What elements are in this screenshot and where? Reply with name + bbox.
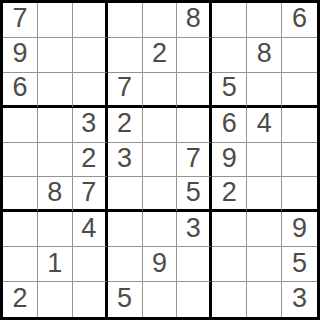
- cell-r4c4[interactable]: 2: [108, 108, 143, 143]
- given-digit: 8: [47, 179, 62, 206]
- given-digit: 3: [186, 215, 201, 242]
- cell-r2c1[interactable]: 9: [3, 38, 38, 73]
- cell-r2c2[interactable]: [38, 38, 73, 73]
- cell-r3c7[interactable]: 5: [212, 73, 247, 108]
- cell-r5c4[interactable]: 3: [108, 143, 143, 178]
- given-digit: 2: [81, 145, 96, 172]
- cell-r3c9[interactable]: [282, 73, 317, 108]
- cell-r3c4[interactable]: 7: [108, 73, 143, 108]
- cell-r9c5[interactable]: [143, 282, 178, 317]
- cell-r8c6[interactable]: [177, 247, 212, 282]
- cell-r8c7[interactable]: [212, 247, 247, 282]
- cell-r7c7[interactable]: [212, 212, 247, 247]
- cell-r6c3[interactable]: 7: [73, 177, 108, 212]
- given-digit: 3: [81, 110, 96, 137]
- cell-r6c6[interactable]: 5: [177, 177, 212, 212]
- cell-r6c8[interactable]: [247, 177, 282, 212]
- cell-r2c8[interactable]: 8: [247, 38, 282, 73]
- given-digit: 3: [292, 285, 307, 312]
- cell-r3c5[interactable]: [143, 73, 178, 108]
- cell-r2c6[interactable]: [177, 38, 212, 73]
- cell-r4c5[interactable]: [143, 108, 178, 143]
- given-digit: 9: [292, 215, 307, 242]
- cell-r4c2[interactable]: [38, 108, 73, 143]
- cell-r6c7[interactable]: 2: [212, 177, 247, 212]
- given-digit: 3: [117, 145, 132, 172]
- cell-r2c4[interactable]: [108, 38, 143, 73]
- cell-r6c9[interactable]: [282, 177, 317, 212]
- cell-r1c5[interactable]: [143, 3, 178, 38]
- given-digit: 2: [117, 110, 132, 137]
- cell-r8c4[interactable]: [108, 247, 143, 282]
- cell-r9c1[interactable]: 2: [3, 282, 38, 317]
- cell-r4c1[interactable]: [3, 108, 38, 143]
- cell-r3c3[interactable]: [73, 73, 108, 108]
- given-digit: 7: [186, 145, 201, 172]
- given-digit: 6: [222, 110, 237, 137]
- given-digit: 7: [117, 74, 132, 101]
- given-digit: 2: [152, 40, 167, 67]
- cell-r1c1[interactable]: 7: [3, 3, 38, 38]
- cell-r2c3[interactable]: [73, 38, 108, 73]
- cell-r1c6[interactable]: 8: [177, 3, 212, 38]
- cell-r5c1[interactable]: [3, 143, 38, 178]
- cell-r5c7[interactable]: 9: [212, 143, 247, 178]
- cell-r3c8[interactable]: [247, 73, 282, 108]
- cell-r7c2[interactable]: [38, 212, 73, 247]
- cell-r1c7[interactable]: [212, 3, 247, 38]
- cell-r5c6[interactable]: 7: [177, 143, 212, 178]
- cell-r3c6[interactable]: [177, 73, 212, 108]
- cell-r9c3[interactable]: [73, 282, 108, 317]
- cell-r2c5[interactable]: 2: [143, 38, 178, 73]
- cell-r4c3[interactable]: 3: [73, 108, 108, 143]
- given-digit: 9: [12, 40, 27, 67]
- cell-r6c1[interactable]: [3, 177, 38, 212]
- cell-r7c1[interactable]: [3, 212, 38, 247]
- given-digit: 6: [12, 74, 27, 101]
- cell-r9c4[interactable]: 5: [108, 282, 143, 317]
- cell-r4c8[interactable]: 4: [247, 108, 282, 143]
- given-digit: 5: [222, 74, 237, 101]
- cell-r1c9[interactable]: 6: [282, 3, 317, 38]
- cell-r7c9[interactable]: 9: [282, 212, 317, 247]
- cell-r2c7[interactable]: [212, 38, 247, 73]
- given-digit: 1: [47, 250, 62, 277]
- cell-r7c4[interactable]: [108, 212, 143, 247]
- cell-r1c2[interactable]: [38, 3, 73, 38]
- cell-r5c9[interactable]: [282, 143, 317, 178]
- cell-r5c3[interactable]: 2: [73, 143, 108, 178]
- given-digit: 5: [292, 250, 307, 277]
- cell-r8c9[interactable]: 5: [282, 247, 317, 282]
- cell-r9c6[interactable]: [177, 282, 212, 317]
- sudoku-board: 786928675326423798752439195253: [0, 0, 320, 320]
- given-digit: 4: [81, 215, 96, 242]
- given-digit: 5: [186, 179, 201, 206]
- cell-r7c5[interactable]: [143, 212, 178, 247]
- cell-r7c8[interactable]: [247, 212, 282, 247]
- cell-r8c2[interactable]: 1: [38, 247, 73, 282]
- given-digit: 7: [12, 5, 27, 32]
- cell-r4c7[interactable]: 6: [212, 108, 247, 143]
- cell-r7c3[interactable]: 4: [73, 212, 108, 247]
- cell-r1c3[interactable]: [73, 3, 108, 38]
- given-digit: 4: [257, 110, 272, 137]
- cell-r7c6[interactable]: 3: [177, 212, 212, 247]
- cell-r9c7[interactable]: [212, 282, 247, 317]
- cell-r8c8[interactable]: [247, 247, 282, 282]
- cell-r5c8[interactable]: [247, 143, 282, 178]
- cell-r5c5[interactable]: [143, 143, 178, 178]
- cell-r6c4[interactable]: [108, 177, 143, 212]
- cell-r4c6[interactable]: [177, 108, 212, 143]
- cell-r5c2[interactable]: [38, 143, 73, 178]
- cell-r3c1[interactable]: 6: [3, 73, 38, 108]
- cell-r8c5[interactable]: 9: [143, 247, 178, 282]
- cell-r1c4[interactable]: [108, 3, 143, 38]
- cell-r8c1[interactable]: [3, 247, 38, 282]
- given-digit: 2: [12, 285, 27, 312]
- cell-r3c2[interactable]: [38, 73, 73, 108]
- cell-r9c9[interactable]: 3: [282, 282, 317, 317]
- given-digit: 8: [186, 5, 201, 32]
- given-digit: 5: [117, 285, 132, 312]
- cell-r9c2[interactable]: [38, 282, 73, 317]
- sudoku-page: 786928675326423798752439195253: [0, 0, 320, 320]
- cell-r9c8[interactable]: [247, 282, 282, 317]
- given-digit: 6: [292, 5, 307, 32]
- cell-r2c9[interactable]: [282, 38, 317, 73]
- given-digit: 2: [222, 179, 237, 206]
- given-digit: 8: [257, 40, 272, 67]
- cell-r1c8[interactable]: [247, 3, 282, 38]
- cell-r6c5[interactable]: [143, 177, 178, 212]
- cell-r4c9[interactable]: [282, 108, 317, 143]
- given-digit: 7: [81, 179, 96, 206]
- cell-r6c2[interactable]: 8: [38, 177, 73, 212]
- given-digit: 9: [222, 145, 237, 172]
- cell-r8c3[interactable]: [73, 247, 108, 282]
- given-digit: 9: [152, 250, 167, 277]
